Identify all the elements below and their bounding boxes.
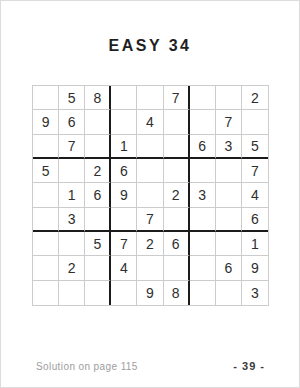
cell-r3c2[interactable]: 7 (59, 135, 85, 159)
cell-r3c7[interactable]: 6 (190, 135, 216, 159)
cell-r4c7[interactable] (190, 159, 216, 183)
cell-r4c3[interactable]: 2 (85, 159, 111, 183)
cell-r7c8[interactable] (216, 232, 242, 256)
cell-r3c1[interactable] (33, 135, 59, 159)
cell-r1c3[interactable]: 8 (85, 86, 111, 110)
cell-r4c9[interactable]: 7 (242, 159, 268, 183)
cell-r6c9[interactable]: 6 (242, 208, 268, 232)
puzzle-page: EASY 34 58729647716355267169234376572612… (0, 0, 300, 388)
cell-r8c4[interactable]: 4 (111, 256, 137, 280)
cell-r8c2[interactable]: 2 (59, 256, 85, 280)
cell-r7c2[interactable] (59, 232, 85, 256)
cell-r6c4[interactable] (111, 208, 137, 232)
cell-r3c5[interactable] (137, 135, 163, 159)
cell-r9c5[interactable]: 9 (137, 281, 163, 305)
cell-r9c6[interactable]: 8 (164, 281, 190, 305)
cell-r8c3[interactable] (85, 256, 111, 280)
cell-r4c6[interactable] (164, 159, 190, 183)
cell-r9c3[interactable] (85, 281, 111, 305)
cell-r2c4[interactable] (111, 110, 137, 134)
cell-r9c4[interactable] (111, 281, 137, 305)
solution-note: Solution on page 115 (36, 361, 138, 372)
cell-r6c7[interactable] (190, 208, 216, 232)
cell-r9c2[interactable] (59, 281, 85, 305)
cell-r6c8[interactable] (216, 208, 242, 232)
cell-r3c9[interactable]: 5 (242, 135, 268, 159)
cell-r7c5[interactable]: 2 (137, 232, 163, 256)
cell-r6c5[interactable]: 7 (137, 208, 163, 232)
cell-r5c8[interactable] (216, 183, 242, 207)
cell-r7c9[interactable]: 1 (242, 232, 268, 256)
page-number: - 39 - (233, 360, 265, 372)
cell-r5c5[interactable] (137, 183, 163, 207)
cell-r3c3[interactable] (85, 135, 111, 159)
cell-r7c4[interactable]: 7 (111, 232, 137, 256)
sudoku-board: 58729647716355267169234376572612469983 (32, 85, 269, 306)
cell-r2c9[interactable] (242, 110, 268, 134)
cell-r8c6[interactable] (164, 256, 190, 280)
cell-r7c7[interactable] (190, 232, 216, 256)
cell-r5c2[interactable]: 1 (59, 183, 85, 207)
cell-r1c7[interactable] (190, 86, 216, 110)
cell-r9c7[interactable] (190, 281, 216, 305)
cell-r6c6[interactable] (164, 208, 190, 232)
cell-r6c2[interactable]: 3 (59, 208, 85, 232)
cell-r6c1[interactable] (33, 208, 59, 232)
cell-r2c6[interactable] (164, 110, 190, 134)
cell-r4c4[interactable]: 6 (111, 159, 137, 183)
cell-r3c6[interactable] (164, 135, 190, 159)
cell-r8c7[interactable] (190, 256, 216, 280)
cell-r1c8[interactable] (216, 86, 242, 110)
cell-r5c3[interactable]: 6 (85, 183, 111, 207)
cell-r4c2[interactable] (59, 159, 85, 183)
cell-r9c9[interactable]: 3 (242, 281, 268, 305)
cell-r5c1[interactable] (33, 183, 59, 207)
cell-r7c3[interactable]: 5 (85, 232, 111, 256)
cell-r1c1[interactable] (33, 86, 59, 110)
puzzle-title: EASY 34 (1, 37, 299, 55)
cell-r5c9[interactable]: 4 (242, 183, 268, 207)
cell-r3c4[interactable]: 1 (111, 135, 137, 159)
cell-r1c5[interactable] (137, 86, 163, 110)
cell-r8c1[interactable] (33, 256, 59, 280)
cell-r2c1[interactable]: 9 (33, 110, 59, 134)
cell-r1c2[interactable]: 5 (59, 86, 85, 110)
cell-r9c8[interactable] (216, 281, 242, 305)
cell-r4c5[interactable] (137, 159, 163, 183)
cell-r8c8[interactable]: 6 (216, 256, 242, 280)
cell-r1c6[interactable]: 7 (164, 86, 190, 110)
cell-r5c4[interactable]: 9 (111, 183, 137, 207)
cell-r2c7[interactable] (190, 110, 216, 134)
cell-r1c4[interactable] (111, 86, 137, 110)
cell-r5c7[interactable]: 3 (190, 183, 216, 207)
cell-r2c2[interactable]: 6 (59, 110, 85, 134)
cell-r3c8[interactable]: 3 (216, 135, 242, 159)
cell-r5c6[interactable]: 2 (164, 183, 190, 207)
cell-r2c8[interactable]: 7 (216, 110, 242, 134)
cell-r6c3[interactable] (85, 208, 111, 232)
cell-r1c9[interactable]: 2 (242, 86, 268, 110)
cell-r2c5[interactable]: 4 (137, 110, 163, 134)
cell-r4c8[interactable] (216, 159, 242, 183)
cell-r9c1[interactable] (33, 281, 59, 305)
cell-r7c1[interactable] (33, 232, 59, 256)
cell-r8c9[interactable]: 9 (242, 256, 268, 280)
cell-r8c5[interactable] (137, 256, 163, 280)
cell-r2c3[interactable] (85, 110, 111, 134)
cell-r7c6[interactable]: 6 (164, 232, 190, 256)
cell-r4c1[interactable]: 5 (33, 159, 59, 183)
